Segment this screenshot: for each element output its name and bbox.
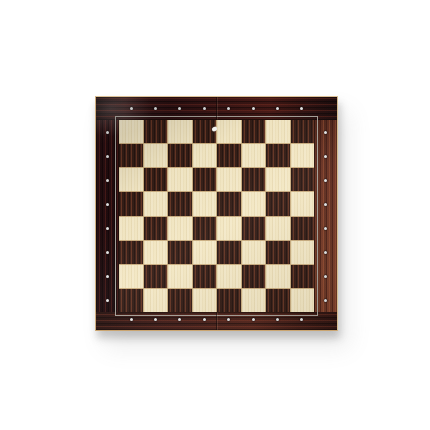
square-c8[interactable] [168,120,192,143]
square-g1[interactable] [266,289,290,312]
square-c6[interactable] [168,168,192,191]
square-f6[interactable] [242,168,266,191]
nail-stud-top [276,107,279,110]
square-e6[interactable] [217,168,241,191]
square-d3[interactable] [193,241,217,264]
square-c7[interactable] [168,144,192,167]
nail-stud-left [106,227,109,230]
square-f7[interactable] [242,144,266,167]
square-f3[interactable] [242,241,266,264]
square-h5[interactable] [291,192,315,215]
nail-stud-left [106,155,109,158]
square-g8[interactable] [266,120,290,143]
square-d6[interactable] [193,168,217,191]
nail-stud-bottom [154,318,157,321]
square-h8[interactable] [291,120,315,143]
square-c4[interactable] [168,217,192,240]
square-g4[interactable] [266,217,290,240]
square-h6[interactable] [291,168,315,191]
square-f1[interactable] [242,289,266,312]
nail-stud-left [106,299,109,302]
nail-stud-left [106,179,109,182]
nail-stud-right [324,299,327,302]
square-e1[interactable] [217,289,241,312]
nail-stud-left [106,275,109,278]
nail-stud-right [324,203,327,206]
square-b1[interactable] [144,289,168,312]
nail-stud-top [300,107,303,110]
square-a3[interactable] [119,241,143,264]
nail-stud-top [130,107,133,110]
square-a6[interactable] [119,168,143,191]
square-g3[interactable] [266,241,290,264]
nail-stud-right [324,131,327,134]
square-e7[interactable] [217,144,241,167]
square-e8[interactable] [217,120,241,143]
nail-stud-bottom [252,318,255,321]
square-e4[interactable] [217,217,241,240]
square-g6[interactable] [266,168,290,191]
square-h1[interactable] [291,289,315,312]
square-b2[interactable] [144,265,168,288]
nail-stud-bottom [276,318,279,321]
square-h7[interactable] [291,144,315,167]
nail-stud-top [203,107,206,110]
hinge-seam-bottom [216,312,217,330]
nail-stud-right [324,155,327,158]
square-b6[interactable] [144,168,168,191]
square-c3[interactable] [168,241,192,264]
square-h3[interactable] [291,241,315,264]
square-e2[interactable] [217,265,241,288]
square-b5[interactable] [144,192,168,215]
square-d8[interactable] [193,120,217,143]
square-a8[interactable] [119,120,143,143]
nail-stud-top [252,107,255,110]
square-h4[interactable] [291,217,315,240]
square-c2[interactable] [168,265,192,288]
nail-stud-left [106,203,109,206]
nail-stud-bottom [227,318,230,321]
square-d2[interactable] [193,265,217,288]
square-b7[interactable] [144,144,168,167]
square-c5[interactable] [168,192,192,215]
nail-stud-right [324,251,327,254]
square-h2[interactable] [291,265,315,288]
square-b4[interactable] [144,217,168,240]
square-a2[interactable] [119,265,143,288]
nail-stud-top [154,107,157,110]
square-d1[interactable] [193,289,217,312]
nail-stud-top [227,107,230,110]
playing-area [119,120,314,312]
hinge-seam-top [216,97,217,120]
nail-stud-left [106,131,109,134]
square-f8[interactable] [242,120,266,143]
nail-stud-left [106,251,109,254]
square-f5[interactable] [242,192,266,215]
nail-stud-right [324,275,327,278]
square-e3[interactable] [217,241,241,264]
square-a4[interactable] [119,217,143,240]
nail-stud-right [324,227,327,230]
nail-stud-bottom [203,318,206,321]
nail-stud-bottom [130,318,133,321]
square-a1[interactable] [119,289,143,312]
square-b8[interactable] [144,120,168,143]
nail-stud-right [324,179,327,182]
square-f4[interactable] [242,217,266,240]
square-f2[interactable] [242,265,266,288]
chessboard [95,96,338,331]
square-g5[interactable] [266,192,290,215]
square-g2[interactable] [266,265,290,288]
square-d4[interactable] [193,217,217,240]
square-g7[interactable] [266,144,290,167]
square-d7[interactable] [193,144,217,167]
photo-background [0,0,430,430]
square-c1[interactable] [168,289,192,312]
square-a5[interactable] [119,192,143,215]
square-d5[interactable] [193,192,217,215]
square-e5[interactable] [217,192,241,215]
nail-stud-bottom [300,318,303,321]
square-a7[interactable] [119,144,143,167]
square-b3[interactable] [144,241,168,264]
